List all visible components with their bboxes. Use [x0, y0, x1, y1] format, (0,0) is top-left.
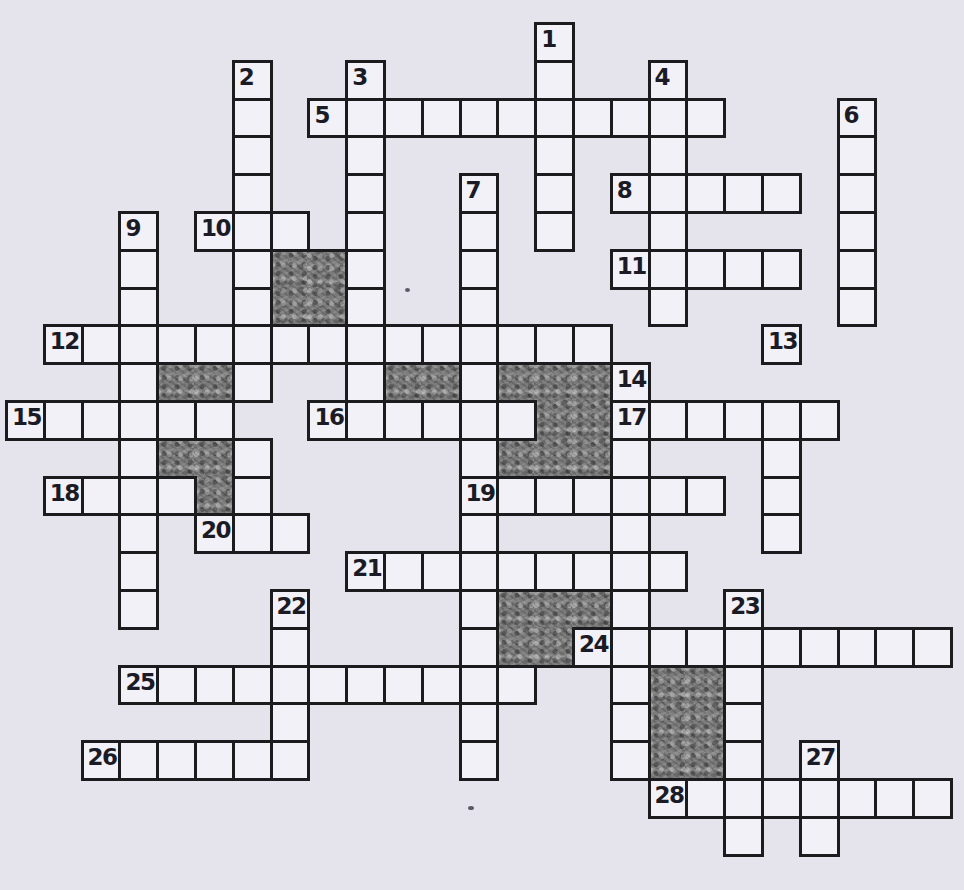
- white-cell[interactable]: [383, 551, 424, 592]
- white-cell[interactable]: [81, 324, 122, 365]
- white-cell[interactable]: [610, 702, 651, 743]
- white-cell[interactable]: [648, 400, 689, 441]
- white-cell[interactable]: 11: [610, 249, 651, 290]
- white-cell[interactable]: 26: [81, 740, 122, 781]
- white-cell[interactable]: [118, 476, 159, 517]
- white-cell[interactable]: [912, 778, 953, 819]
- white-cell[interactable]: [383, 400, 424, 441]
- white-cell[interactable]: [270, 740, 311, 781]
- white-cell[interactable]: [383, 324, 424, 365]
- white-cell[interactable]: [459, 287, 500, 328]
- white-cell[interactable]: 16: [307, 400, 348, 441]
- shaded-cell: [194, 476, 235, 517]
- clue-number: 12: [50, 328, 79, 354]
- white-cell[interactable]: [761, 627, 802, 668]
- white-cell[interactable]: [610, 98, 651, 139]
- white-cell[interactable]: [270, 627, 311, 668]
- white-cell[interactable]: 6: [837, 98, 878, 139]
- shaded-cell: [534, 362, 575, 403]
- white-cell[interactable]: [270, 702, 311, 743]
- white-cell[interactable]: [723, 249, 764, 290]
- clue-number: 11: [617, 253, 646, 279]
- clue-number: 9: [125, 215, 140, 241]
- white-cell[interactable]: 21: [345, 551, 386, 592]
- white-cell[interactable]: 15: [5, 400, 46, 441]
- clue-number: 25: [125, 669, 154, 695]
- white-cell[interactable]: 14: [610, 362, 651, 403]
- scan-speck: [468, 806, 474, 810]
- white-cell[interactable]: [723, 816, 764, 857]
- white-cell[interactable]: [232, 98, 273, 139]
- white-cell[interactable]: 9: [118, 211, 159, 252]
- shaded-cell: [496, 627, 537, 668]
- white-cell[interactable]: 25: [118, 665, 159, 706]
- white-cell[interactable]: [610, 438, 651, 479]
- clue-number: 6: [844, 102, 859, 128]
- white-cell[interactable]: [761, 778, 802, 819]
- white-cell[interactable]: [648, 551, 689, 592]
- white-cell[interactable]: [799, 778, 840, 819]
- white-cell[interactable]: 23: [723, 589, 764, 630]
- clue-number: 27: [806, 744, 835, 770]
- white-cell[interactable]: [43, 400, 84, 441]
- white-cell[interactable]: 5: [307, 98, 348, 139]
- shaded-cell: [307, 249, 348, 290]
- white-cell[interactable]: [459, 362, 500, 403]
- white-cell[interactable]: [118, 249, 159, 290]
- clue-number: 7: [466, 177, 481, 203]
- white-cell[interactable]: [421, 551, 462, 592]
- clue-number: 8: [617, 177, 632, 203]
- white-cell[interactable]: [118, 513, 159, 554]
- white-cell[interactable]: 27: [799, 740, 840, 781]
- white-cell[interactable]: [345, 287, 386, 328]
- white-cell[interactable]: [459, 438, 500, 479]
- white-cell[interactable]: [307, 665, 348, 706]
- shaded-cell: [648, 702, 689, 743]
- white-cell[interactable]: [194, 324, 235, 365]
- clue-number: 15: [12, 404, 41, 430]
- white-cell[interactable]: 4: [648, 60, 689, 101]
- white-cell[interactable]: [610, 627, 651, 668]
- shaded-cell: [572, 589, 613, 630]
- scan-speck: [405, 288, 410, 292]
- shaded-cell: [534, 589, 575, 630]
- clue-number: 24: [579, 631, 608, 657]
- white-cell[interactable]: [610, 476, 651, 517]
- white-cell[interactable]: [459, 400, 500, 441]
- white-cell[interactable]: [459, 98, 500, 139]
- white-cell[interactable]: [837, 249, 878, 290]
- shaded-cell: [534, 627, 575, 668]
- white-cell[interactable]: [648, 287, 689, 328]
- clue-number: 5: [314, 102, 329, 128]
- shaded-cell: [685, 665, 726, 706]
- clue-number: 13: [768, 328, 797, 354]
- white-cell[interactable]: [421, 98, 462, 139]
- white-cell[interactable]: [648, 98, 689, 139]
- clue-number: 22: [277, 593, 306, 619]
- clue-number: 16: [314, 404, 343, 430]
- white-cell[interactable]: 20: [194, 513, 235, 554]
- clue-number: 21: [352, 555, 381, 581]
- clue-number: 1: [541, 26, 556, 52]
- white-cell[interactable]: [572, 476, 613, 517]
- white-cell[interactable]: [81, 400, 122, 441]
- white-cell[interactable]: [459, 589, 500, 630]
- white-cell[interactable]: 17: [610, 400, 651, 441]
- white-cell[interactable]: [459, 665, 500, 706]
- white-cell[interactable]: 2: [232, 60, 273, 101]
- white-cell[interactable]: [496, 324, 537, 365]
- white-cell[interactable]: 10: [194, 211, 235, 252]
- white-cell[interactable]: [118, 287, 159, 328]
- white-cell[interactable]: [496, 476, 537, 517]
- white-cell[interactable]: [345, 135, 386, 176]
- shaded-cell: [194, 438, 235, 479]
- white-cell[interactable]: [723, 778, 764, 819]
- clue-number: 17: [617, 404, 646, 430]
- shaded-cell: [270, 287, 311, 328]
- white-cell[interactable]: [459, 513, 500, 554]
- white-cell[interactable]: [459, 249, 500, 290]
- white-cell[interactable]: [837, 211, 878, 252]
- clue-number: 19: [466, 480, 495, 506]
- white-cell[interactable]: [232, 665, 273, 706]
- white-cell[interactable]: [194, 400, 235, 441]
- white-cell[interactable]: [118, 589, 159, 630]
- white-cell[interactable]: [723, 740, 764, 781]
- white-cell[interactable]: [345, 98, 386, 139]
- white-cell[interactable]: [572, 98, 613, 139]
- white-cell[interactable]: [610, 665, 651, 706]
- white-cell[interactable]: [572, 324, 613, 365]
- white-cell[interactable]: [610, 551, 651, 592]
- clue-number: 3: [352, 64, 367, 90]
- white-cell[interactable]: [81, 476, 122, 517]
- white-cell[interactable]: [685, 400, 726, 441]
- white-cell[interactable]: [118, 551, 159, 592]
- white-cell[interactable]: [232, 513, 273, 554]
- white-cell[interactable]: [345, 324, 386, 365]
- white-cell[interactable]: [837, 627, 878, 668]
- white-cell[interactable]: [156, 665, 197, 706]
- white-cell[interactable]: [912, 627, 953, 668]
- white-cell[interactable]: [648, 476, 689, 517]
- white-cell[interactable]: [232, 740, 273, 781]
- clue-number: 2: [239, 64, 254, 90]
- clue-number: 18: [50, 480, 79, 506]
- white-cell[interactable]: [232, 476, 273, 517]
- clue-number: 23: [730, 593, 759, 619]
- white-cell[interactable]: [118, 324, 159, 365]
- white-cell[interactable]: [534, 551, 575, 592]
- white-cell[interactable]: [723, 665, 764, 706]
- white-cell[interactable]: [270, 665, 311, 706]
- white-cell[interactable]: [534, 476, 575, 517]
- white-cell[interactable]: [383, 665, 424, 706]
- shaded-cell: [421, 362, 462, 403]
- white-cell[interactable]: [459, 551, 500, 592]
- clue-number: 14: [617, 366, 646, 392]
- shaded-cell: [534, 400, 575, 441]
- white-cell[interactable]: [723, 627, 764, 668]
- white-cell[interactable]: [837, 135, 878, 176]
- white-cell[interactable]: [685, 476, 726, 517]
- white-cell[interactable]: [496, 98, 537, 139]
- white-cell[interactable]: 7: [459, 173, 500, 214]
- white-cell[interactable]: [799, 816, 840, 857]
- white-cell[interactable]: [459, 324, 500, 365]
- white-cell[interactable]: [383, 98, 424, 139]
- white-cell[interactable]: [648, 173, 689, 214]
- white-cell[interactable]: 24: [572, 627, 613, 668]
- white-cell[interactable]: [156, 740, 197, 781]
- white-cell[interactable]: 1: [534, 22, 575, 63]
- clue-number: 28: [655, 782, 684, 808]
- shaded-cell: [307, 287, 348, 328]
- white-cell[interactable]: [837, 287, 878, 328]
- shaded-cell: [156, 438, 197, 479]
- crossword-board: 1234567891011121314151617181920212223242…: [5, 22, 953, 857]
- white-cell[interactable]: [648, 135, 689, 176]
- white-cell[interactable]: [459, 211, 500, 252]
- white-cell[interactable]: [345, 249, 386, 290]
- white-cell[interactable]: [118, 438, 159, 479]
- shaded-cell: [270, 249, 311, 290]
- white-cell[interactable]: [345, 173, 386, 214]
- white-cell[interactable]: [685, 778, 726, 819]
- white-cell[interactable]: [496, 665, 537, 706]
- white-cell[interactable]: [232, 173, 273, 214]
- white-cell[interactable]: [156, 324, 197, 365]
- shaded-cell: [572, 362, 613, 403]
- white-cell[interactable]: [534, 211, 575, 252]
- white-cell[interactable]: [156, 476, 197, 517]
- white-cell[interactable]: [459, 740, 500, 781]
- white-cell[interactable]: [345, 211, 386, 252]
- white-cell[interactable]: [610, 740, 651, 781]
- white-cell[interactable]: [232, 324, 273, 365]
- white-cell[interactable]: [648, 627, 689, 668]
- white-cell[interactable]: [572, 551, 613, 592]
- white-cell[interactable]: [232, 249, 273, 290]
- white-cell[interactable]: [232, 135, 273, 176]
- shaded-cell: [496, 438, 537, 479]
- white-cell[interactable]: 12: [43, 324, 84, 365]
- white-cell[interactable]: [232, 438, 273, 479]
- white-cell[interactable]: [610, 513, 651, 554]
- shaded-cell: [156, 362, 197, 403]
- white-cell[interactable]: 18: [43, 476, 84, 517]
- white-cell[interactable]: [648, 249, 689, 290]
- white-cell[interactable]: [270, 324, 311, 365]
- white-cell[interactable]: [874, 627, 915, 668]
- white-cell[interactable]: [685, 627, 726, 668]
- white-cell[interactable]: [610, 589, 651, 630]
- white-cell[interactable]: [421, 324, 462, 365]
- white-cell[interactable]: [534, 98, 575, 139]
- white-cell[interactable]: [761, 249, 802, 290]
- white-cell[interactable]: [685, 173, 726, 214]
- white-cell[interactable]: [232, 287, 273, 328]
- white-cell[interactable]: [194, 740, 235, 781]
- white-cell[interactable]: [761, 513, 802, 554]
- shaded-cell: [648, 665, 689, 706]
- white-cell[interactable]: [421, 400, 462, 441]
- clue-number: 26: [88, 744, 117, 770]
- white-cell[interactable]: [307, 324, 348, 365]
- shaded-cell: [383, 362, 424, 403]
- white-cell[interactable]: [761, 438, 802, 479]
- white-cell[interactable]: 28: [648, 778, 689, 819]
- shaded-cell: [648, 740, 689, 781]
- white-cell[interactable]: [270, 211, 311, 252]
- clue-number: 10: [201, 215, 230, 241]
- white-cell[interactable]: [345, 665, 386, 706]
- white-cell[interactable]: 19: [459, 476, 500, 517]
- white-cell[interactable]: [232, 362, 273, 403]
- white-cell[interactable]: [534, 60, 575, 101]
- white-cell[interactable]: [459, 702, 500, 743]
- white-cell[interactable]: 3: [345, 60, 386, 101]
- white-cell[interactable]: 13: [761, 324, 802, 365]
- white-cell[interactable]: [685, 249, 726, 290]
- white-cell[interactable]: [534, 135, 575, 176]
- white-cell[interactable]: [345, 400, 386, 441]
- shaded-cell: [685, 702, 726, 743]
- white-cell[interactable]: [118, 362, 159, 403]
- white-cell[interactable]: [421, 665, 462, 706]
- white-cell[interactable]: [459, 627, 500, 668]
- shaded-cell: [572, 438, 613, 479]
- white-cell[interactable]: [837, 778, 878, 819]
- white-cell[interactable]: [496, 400, 537, 441]
- white-cell[interactable]: [496, 551, 537, 592]
- white-cell[interactable]: [761, 400, 802, 441]
- white-cell[interactable]: [723, 173, 764, 214]
- white-cell[interactable]: 22: [270, 589, 311, 630]
- shaded-cell: [685, 740, 726, 781]
- white-cell[interactable]: [345, 362, 386, 403]
- white-cell[interactable]: [648, 211, 689, 252]
- white-cell[interactable]: [232, 211, 273, 252]
- white-cell[interactable]: [723, 400, 764, 441]
- white-cell[interactable]: [837, 173, 878, 214]
- white-cell[interactable]: [534, 173, 575, 214]
- white-cell[interactable]: [534, 324, 575, 365]
- white-cell[interactable]: [723, 702, 764, 743]
- white-cell[interactable]: [156, 400, 197, 441]
- shaded-cell: [572, 400, 613, 441]
- shaded-cell: [496, 589, 537, 630]
- white-cell[interactable]: [799, 627, 840, 668]
- white-cell[interactable]: [118, 740, 159, 781]
- page-background: 1234567891011121314151617181920212223242…: [0, 0, 964, 890]
- white-cell[interactable]: [270, 513, 311, 554]
- white-cell[interactable]: [194, 665, 235, 706]
- white-cell[interactable]: [685, 98, 726, 139]
- white-cell[interactable]: 8: [610, 173, 651, 214]
- shaded-cell: [534, 438, 575, 479]
- white-cell[interactable]: [761, 173, 802, 214]
- shaded-cell: [496, 362, 537, 403]
- white-cell[interactable]: [118, 400, 159, 441]
- white-cell[interactable]: [799, 400, 840, 441]
- shaded-cell: [194, 362, 235, 403]
- clue-number: 4: [655, 64, 670, 90]
- white-cell[interactable]: [761, 476, 802, 517]
- clue-number: 20: [201, 517, 230, 543]
- white-cell[interactable]: [874, 778, 915, 819]
